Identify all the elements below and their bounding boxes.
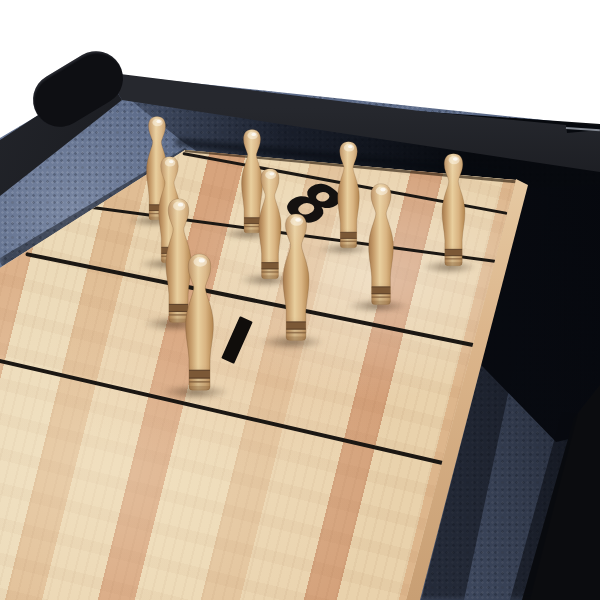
bowling-pin-6 — [361, 182, 401, 307]
bowling-pin-10 — [435, 152, 472, 268]
shuffleboard-bowling-photo: 8 — [0, 0, 600, 600]
bowling-pin-1 — [177, 252, 222, 393]
bowling-pin-3 — [275, 212, 317, 343]
pins-layer — [0, 0, 600, 600]
